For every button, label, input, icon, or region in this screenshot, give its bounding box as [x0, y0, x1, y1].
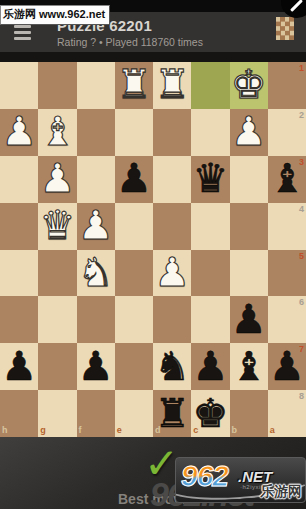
piece-wP-g3: ♟ — [39, 158, 75, 198]
page-subtitle: Rating ? • Played 118760 times — [57, 36, 203, 48]
close-icon — [290, 0, 303, 12]
menu-icon[interactable] — [14, 25, 31, 40]
rank-label-6: 6 — [299, 298, 304, 307]
piece-bQ-c3: ♛ — [192, 158, 228, 198]
logo-962-text: 962 — [181, 459, 228, 493]
piece-wR-d1: ♜ — [154, 64, 190, 104]
square-h4[interactable] — [0, 203, 38, 250]
square-h2[interactable]: ♟ — [0, 109, 38, 156]
square-f3[interactable] — [77, 156, 115, 203]
square-b3[interactable] — [230, 156, 268, 203]
square-e2[interactable] — [115, 109, 153, 156]
watermark-logo: 962 .NET ·h2iyxi 乐游网 — [175, 457, 306, 503]
square-g8[interactable]: g — [38, 390, 76, 437]
square-e6[interactable] — [115, 296, 153, 343]
square-h7[interactable]: ♟ — [0, 343, 38, 390]
piece-wK-b1: ♚ — [231, 64, 267, 104]
square-b6[interactable]: ♟ — [230, 296, 268, 343]
square-a7[interactable]: ♟7 — [268, 343, 306, 390]
square-b7[interactable]: ♝ — [230, 343, 268, 390]
square-a5[interactable]: 5 — [268, 250, 306, 297]
rank-label-8: 8 — [299, 392, 304, 401]
rank-label-2: 2 — [299, 111, 304, 120]
square-d1[interactable]: ♜ — [153, 62, 191, 109]
square-d5[interactable]: ♟ — [153, 250, 191, 297]
square-b2[interactable]: ♟ — [230, 109, 268, 156]
square-f4[interactable]: ♟ — [77, 203, 115, 250]
app-window: Puzzle 62201 Rating ? • Played 118760 ti… — [0, 0, 306, 509]
square-h5[interactable] — [0, 250, 38, 297]
square-b8[interactable]: b — [230, 390, 268, 437]
piece-bB-b7: ♝ — [231, 346, 267, 386]
square-f8[interactable]: f — [77, 390, 115, 437]
square-d7[interactable]: ♞ — [153, 343, 191, 390]
piece-wP-b2: ♟ — [231, 111, 267, 151]
square-d4[interactable] — [153, 203, 191, 250]
square-d2[interactable] — [153, 109, 191, 156]
square-h3[interactable] — [0, 156, 38, 203]
square-c8[interactable]: ♚c — [191, 390, 229, 437]
square-g2[interactable]: ♝ — [38, 109, 76, 156]
square-f1[interactable] — [77, 62, 115, 109]
file-label-h: h — [2, 426, 8, 435]
square-d6[interactable] — [153, 296, 191, 343]
piece-wR-e1: ♜ — [116, 64, 152, 104]
square-c2[interactable] — [191, 109, 229, 156]
square-g5[interactable] — [38, 250, 76, 297]
piece-wP-h2: ♟ — [1, 111, 37, 151]
file-label-b: b — [232, 426, 238, 435]
piece-bP-e3: ♟ — [116, 158, 152, 198]
piece-bP-b6: ♟ — [231, 299, 267, 339]
rank-label-4: 4 — [299, 205, 304, 214]
square-d8[interactable]: ♜d — [153, 390, 191, 437]
piece-bP-f7: ♟ — [78, 346, 114, 386]
square-e1[interactable]: ♜ — [115, 62, 153, 109]
rank-label-7: 7 — [299, 345, 304, 354]
square-c4[interactable] — [191, 203, 229, 250]
file-label-d: d — [155, 426, 161, 435]
square-d3[interactable] — [153, 156, 191, 203]
logo-site-name: 乐游网 — [260, 483, 302, 501]
rank-label-5: 5 — [299, 252, 304, 261]
rank-label-1: 1 — [299, 64, 304, 73]
piece-wN-f5: ♞ — [78, 252, 114, 292]
square-f7[interactable]: ♟ — [77, 343, 115, 390]
square-b1[interactable]: ♚ — [230, 62, 268, 109]
piece-wB-g2: ♝ — [39, 111, 75, 151]
square-b4[interactable] — [230, 203, 268, 250]
piece-wP-d5: ♟ — [154, 252, 190, 292]
rank-label-3: 3 — [299, 158, 304, 167]
piece-bP-c7: ♟ — [192, 346, 228, 386]
square-c5[interactable] — [191, 250, 229, 297]
square-a3[interactable]: ♝3 — [268, 156, 306, 203]
file-label-g: g — [40, 426, 46, 435]
board-theme-icon[interactable] — [276, 17, 294, 40]
file-label-f: f — [79, 426, 82, 435]
square-h1[interactable] — [0, 62, 38, 109]
square-e3[interactable]: ♟ — [115, 156, 153, 203]
square-a1[interactable]: 1 — [268, 62, 306, 109]
watermark-top-left: 乐游网 www.962.net — [0, 5, 110, 25]
logo-slogan: ·h2iyxi — [240, 484, 261, 490]
square-h8[interactable]: h — [0, 390, 38, 437]
square-a6[interactable]: 6 — [268, 296, 306, 343]
square-g4[interactable]: ♛ — [38, 203, 76, 250]
chess-board: ♜♜♚1♟♝♟2♟♟♛♝3♛♟4♞♟5♟6♟♟♞♟♝♟7hgfe♜d♚cb8a — [0, 62, 306, 437]
square-c1[interactable] — [191, 62, 229, 109]
square-h6[interactable] — [0, 296, 38, 343]
square-a2[interactable]: 2 — [268, 109, 306, 156]
square-f5[interactable]: ♞ — [77, 250, 115, 297]
square-g7[interactable] — [38, 343, 76, 390]
piece-wQ-g4: ♛ — [39, 205, 75, 245]
piece-wP-f4: ♟ — [78, 205, 114, 245]
square-c7[interactable]: ♟ — [191, 343, 229, 390]
feedback-panel: ✓ Best move! 962.net 962 .NET ·h2iyxi 乐游… — [0, 437, 306, 509]
square-c6[interactable] — [191, 296, 229, 343]
square-g1[interactable] — [38, 62, 76, 109]
square-a4[interactable]: 4 — [268, 203, 306, 250]
square-e4[interactable] — [115, 203, 153, 250]
square-e8[interactable]: e — [115, 390, 153, 437]
square-g6[interactable] — [38, 296, 76, 343]
square-f2[interactable] — [77, 109, 115, 156]
file-label-e: e — [117, 426, 122, 435]
square-e7[interactable] — [115, 343, 153, 390]
square-a8[interactable]: 8a — [268, 390, 306, 437]
file-label-c: c — [193, 426, 198, 435]
square-e5[interactable] — [115, 250, 153, 297]
file-label-a: a — [270, 426, 275, 435]
square-b5[interactable] — [230, 250, 268, 297]
square-f6[interactable] — [77, 296, 115, 343]
square-g3[interactable]: ♟ — [38, 156, 76, 203]
square-c3[interactable]: ♛ — [191, 156, 229, 203]
piece-bP-h7: ♟ — [1, 346, 37, 386]
piece-bN-d7: ♞ — [154, 346, 190, 386]
